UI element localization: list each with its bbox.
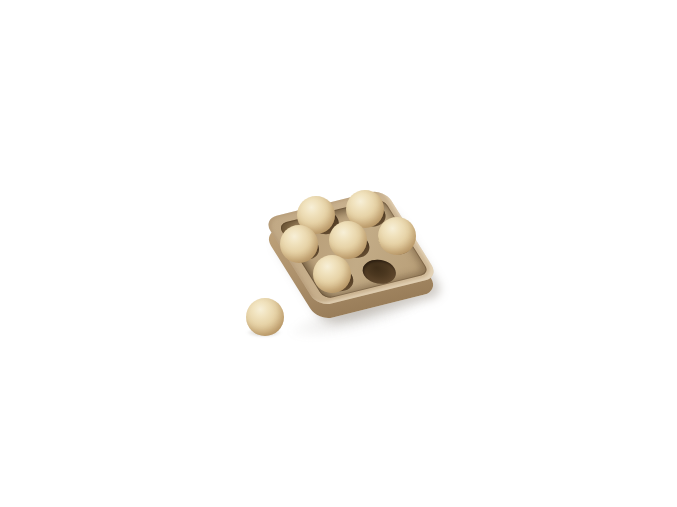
product-photo-stage: [0, 0, 677, 507]
ball-left[interactable]: [280, 225, 318, 263]
ball-center[interactable]: [329, 221, 367, 259]
ball-loose-outside-tray[interactable]: [246, 298, 284, 336]
hole-lower-right-empty[interactable]: [357, 257, 401, 287]
ball-lower-left[interactable]: [313, 255, 351, 293]
ball-right[interactable]: [378, 217, 416, 255]
